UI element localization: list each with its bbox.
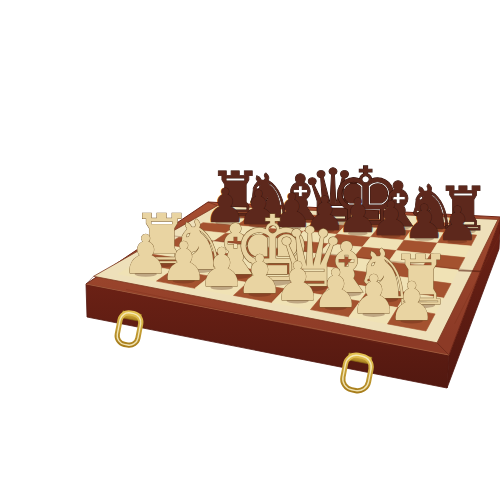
chess-board-scene: ♜♞♝♛♚♝♞♜♟♟♟♟♟♟♟♟♜♞♝♚♛♝♞♜♟♟♟♟♟♟♟♟ <box>40 16 500 500</box>
fold-seam-right-notch <box>458 271 480 272</box>
piece-light-pawn: ♟ <box>388 270 436 333</box>
brass-latch-right <box>341 353 373 393</box>
chess-set-product-photo: ♜♞♝♛♚♝♞♜♟♟♟♟♟♟♟♟♜♞♝♚♛♝♞♜♟♟♟♟♟♟♟♟ <box>40 16 500 500</box>
brass-latch-left <box>116 311 143 347</box>
